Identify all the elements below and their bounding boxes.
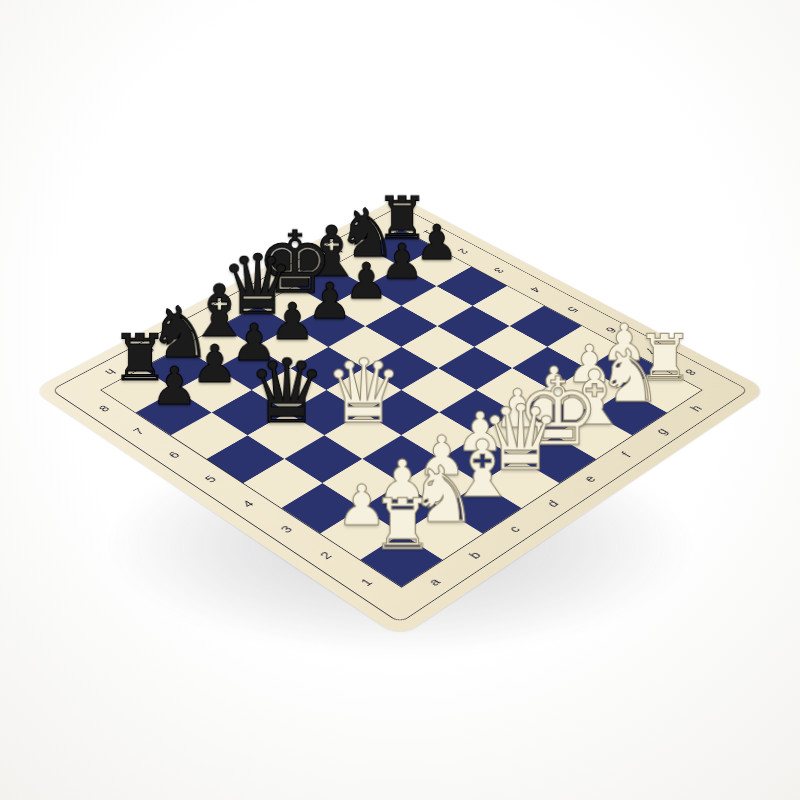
piece-white-rook[interactable]: ♜: [370, 490, 433, 560]
piece-black-pawn[interactable]: ♟: [150, 360, 197, 413]
piece-white-queen[interactable]: ♛: [323, 347, 402, 435]
piece-black-queen[interactable]: ♛: [247, 347, 326, 435]
product-photo-scene: ♜♞♝♛♚♝♞♜♟♟♟♟♟♟♟♟♛♛♟♟♟♟♟♟♟♟♜♞♝♛♚♝♞♜ aabbc…: [0, 0, 800, 800]
